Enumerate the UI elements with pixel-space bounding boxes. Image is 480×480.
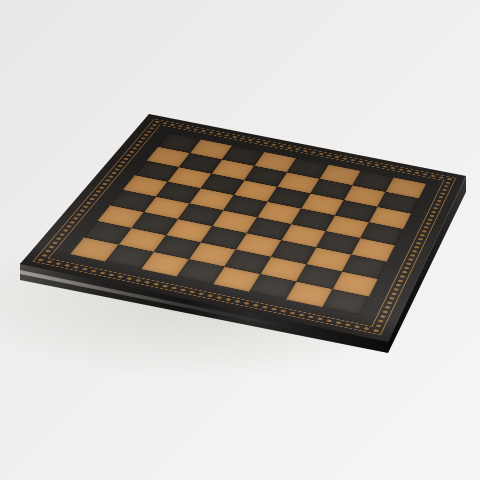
photo-backdrop	[0, 0, 480, 480]
